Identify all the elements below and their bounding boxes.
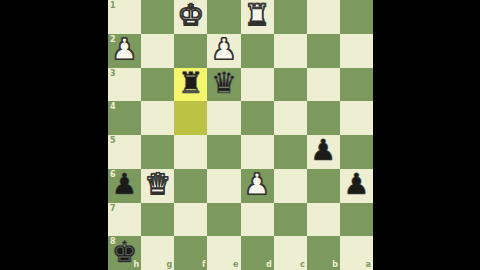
letterbox-left-bar — [0, 0, 108, 270]
square-c7[interactable] — [274, 203, 307, 237]
square-h6[interactable]: 6♟ — [108, 169, 141, 203]
square-a6[interactable]: ♟ — [340, 169, 373, 203]
piece-black-pawn[interactable]: ♟ — [343, 170, 369, 199]
square-d1[interactable]: ♜ — [241, 0, 274, 34]
square-a8[interactable]: a — [340, 236, 373, 270]
square-e1[interactable] — [207, 0, 240, 34]
square-d7[interactable] — [241, 203, 274, 237]
square-c1[interactable] — [274, 0, 307, 34]
square-a3[interactable] — [340, 68, 373, 102]
square-d2[interactable] — [241, 34, 274, 68]
square-b1[interactable] — [307, 0, 340, 34]
square-e4[interactable] — [207, 101, 240, 135]
piece-black-king[interactable]: ♚ — [112, 238, 138, 267]
square-f6[interactable] — [174, 169, 207, 203]
square-g6[interactable]: ♛ — [141, 169, 174, 203]
piece-white-king[interactable]: ♚ — [178, 1, 204, 30]
coordinate-file-g: g — [167, 261, 173, 269]
square-f8[interactable]: f — [174, 236, 207, 270]
square-e7[interactable] — [207, 203, 240, 237]
coordinate-rank-5: 5 — [110, 137, 116, 145]
square-g4[interactable] — [141, 101, 174, 135]
piece-black-rook[interactable]: ♜ — [178, 69, 204, 98]
square-f5[interactable] — [174, 135, 207, 169]
square-f4[interactable] — [174, 101, 207, 135]
coordinate-file-e: e — [233, 261, 238, 269]
square-g2[interactable] — [141, 34, 174, 68]
square-e5[interactable] — [207, 135, 240, 169]
square-b8[interactable]: b — [307, 236, 340, 270]
square-g1[interactable] — [141, 0, 174, 34]
square-f3[interactable]: ♜ — [174, 68, 207, 102]
square-b7[interactable] — [307, 203, 340, 237]
square-b3[interactable] — [307, 68, 340, 102]
square-a7[interactable] — [340, 203, 373, 237]
square-d3[interactable] — [241, 68, 274, 102]
square-c5[interactable] — [274, 135, 307, 169]
piece-black-pawn[interactable]: ♟ — [112, 170, 138, 199]
coordinate-file-a: a — [366, 261, 371, 269]
square-a1[interactable] — [340, 0, 373, 34]
piece-white-pawn[interactable]: ♟ — [211, 35, 237, 64]
square-g5[interactable] — [141, 135, 174, 169]
coordinate-file-c: c — [300, 261, 305, 269]
square-g7[interactable] — [141, 203, 174, 237]
square-h4[interactable]: 4 — [108, 101, 141, 135]
coordinate-rank-3: 3 — [110, 70, 116, 78]
square-h2[interactable]: 2♟ — [108, 34, 141, 68]
square-d5[interactable] — [241, 135, 274, 169]
coordinate-file-f: f — [202, 261, 205, 269]
square-g8[interactable]: g — [141, 236, 174, 270]
square-c8[interactable]: c — [274, 236, 307, 270]
piece-white-queen[interactable]: ♛ — [145, 170, 171, 199]
square-e8[interactable]: e — [207, 236, 240, 270]
square-a5[interactable] — [340, 135, 373, 169]
piece-black-queen[interactable]: ♛ — [211, 69, 237, 98]
square-b2[interactable] — [307, 34, 340, 68]
chess-board: 1♚♜2♟♟3♜♛45♟6♟♛♟♟78h♚gfedcba — [108, 0, 373, 270]
letterbox-right-bar — [373, 0, 480, 270]
square-d8[interactable]: d — [241, 236, 274, 270]
coordinate-rank-4: 4 — [110, 103, 116, 111]
square-e2[interactable]: ♟ — [207, 34, 240, 68]
coordinate-file-d: d — [266, 261, 272, 269]
square-a4[interactable] — [340, 101, 373, 135]
square-a2[interactable] — [340, 34, 373, 68]
square-h3[interactable]: 3 — [108, 68, 141, 102]
square-f2[interactable] — [174, 34, 207, 68]
piece-white-pawn[interactable]: ♟ — [244, 170, 270, 199]
square-e3[interactable]: ♛ — [207, 68, 240, 102]
square-g3[interactable] — [141, 68, 174, 102]
square-c3[interactable] — [274, 68, 307, 102]
square-f1[interactable]: ♚ — [174, 0, 207, 34]
square-c4[interactable] — [274, 101, 307, 135]
square-b5[interactable]: ♟ — [307, 135, 340, 169]
square-h7[interactable]: 7 — [108, 203, 141, 237]
piece-white-pawn[interactable]: ♟ — [112, 35, 138, 64]
square-h8[interactable]: 8h♚ — [108, 236, 141, 270]
coordinate-rank-7: 7 — [110, 205, 116, 213]
square-d4[interactable] — [241, 101, 274, 135]
square-d6[interactable]: ♟ — [241, 169, 274, 203]
square-b6[interactable] — [307, 169, 340, 203]
coordinate-rank-1: 1 — [110, 2, 116, 10]
square-f7[interactable] — [174, 203, 207, 237]
square-c6[interactable] — [274, 169, 307, 203]
piece-white-rook[interactable]: ♜ — [244, 1, 270, 30]
coordinate-file-b: b — [332, 261, 338, 269]
square-h5[interactable]: 5 — [108, 135, 141, 169]
square-b4[interactable] — [307, 101, 340, 135]
square-h1[interactable]: 1 — [108, 0, 141, 34]
piece-black-pawn[interactable]: ♟ — [310, 136, 336, 165]
square-e6[interactable] — [207, 169, 240, 203]
square-c2[interactable] — [274, 34, 307, 68]
